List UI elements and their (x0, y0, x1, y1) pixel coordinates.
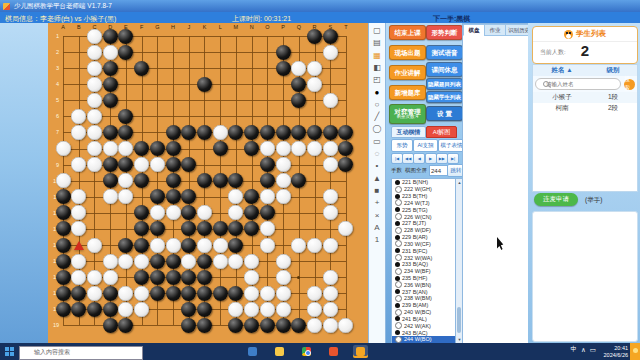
white-stone (323, 318, 338, 333)
student-table: 姓名 ▲ 级别 搜索 小猴子1段柯南2段 (532, 64, 638, 192)
white-stone (291, 141, 306, 156)
action-button-结束上课[interactable]: 结束上课 (389, 25, 426, 40)
move-list-item[interactable]: 231 B(FC) (392, 247, 456, 254)
move-text: 236 W(BN) (404, 282, 431, 288)
black-move-icon (395, 262, 400, 267)
white-stone (260, 221, 275, 236)
content-panel: 棋盘作业识别历史 (462, 23, 529, 345)
white-stone (213, 238, 228, 253)
move-list-item[interactable]: 244 W(BO) (392, 336, 456, 343)
move-list-item[interactable]: 243 B(AC) (392, 329, 456, 336)
move-count-label: 手数 (391, 167, 402, 174)
action-button-隐藏学生列表[interactable]: 隐藏学生列表 (426, 91, 463, 103)
white-stone (323, 141, 338, 156)
white-stone (71, 205, 86, 220)
white-stone (87, 109, 102, 124)
black-stone (181, 286, 196, 301)
column-label: J (184, 24, 194, 30)
move-number-input[interactable] (429, 165, 449, 176)
black-stone (228, 125, 243, 140)
white-stone (197, 205, 212, 220)
row-label: 9 (49, 162, 59, 168)
black-stone (118, 125, 133, 140)
white-stone (71, 125, 86, 140)
white-stone (150, 157, 165, 172)
search-icon (543, 81, 549, 87)
student-name: 柯南 (533, 104, 591, 113)
black-stone (56, 189, 71, 204)
search-button[interactable]: 搜索 (624, 79, 635, 90)
move-list-item[interactable]: 223 B(TH) (392, 193, 456, 200)
white-stone (213, 254, 228, 269)
white-stone (71, 221, 86, 236)
white-stone (276, 173, 291, 188)
action-button-课间休息[interactable]: 课间休息 (426, 62, 463, 77)
line-tool-icon[interactable]: ╱ (369, 111, 385, 122)
black-stone (134, 173, 149, 188)
black-stone (166, 270, 181, 285)
tool-button-棋子表情[interactable]: 棋子表情 (438, 139, 465, 152)
black-stone (338, 157, 353, 172)
black-stone (197, 270, 212, 285)
black-stone (228, 238, 243, 253)
white-stone (87, 141, 102, 156)
black-stone (103, 302, 118, 317)
black-stone (134, 205, 149, 220)
black-stone (260, 157, 275, 172)
white-stone (323, 93, 338, 108)
white-stone (276, 157, 291, 172)
black-stone (228, 221, 243, 236)
move-list-item[interactable]: 228 W(DF) (392, 227, 456, 234)
white-stone (87, 77, 102, 92)
black-stone (181, 270, 196, 285)
white-move-icon (395, 227, 402, 234)
black-stone (276, 318, 291, 333)
white-stone (307, 141, 322, 156)
nav-button-3[interactable]: ▶ (425, 153, 437, 164)
move-list-item[interactable]: 239 B(AM) (392, 302, 456, 309)
black-stone (118, 157, 133, 172)
black-stone (197, 302, 212, 317)
black-stone (228, 286, 243, 301)
taskbar: 输入内容搜索 中∧▭ 20:41 2024/6/26 (0, 343, 640, 360)
move-text: 227 B(JT) (402, 220, 426, 226)
white-stone (291, 238, 306, 253)
black-stone (181, 205, 196, 220)
grid-line (346, 36, 347, 325)
black-stone (71, 286, 86, 301)
tab-互动棋情[interactable]: 互动棋情 (391, 126, 426, 138)
black-stone (56, 238, 71, 253)
move-list-item[interactable]: 237 B(AN) (392, 288, 456, 295)
save-icon[interactable]: ▦ (369, 50, 385, 61)
black-stone (103, 157, 118, 172)
black-stone (244, 318, 259, 333)
action-button-测试语音[interactable]: 测试语音 (426, 45, 463, 60)
column-label: T (341, 24, 351, 30)
white-stone (260, 286, 275, 301)
black-stone (56, 270, 71, 285)
white-stone (276, 189, 291, 204)
black-stone (197, 173, 212, 188)
black-stone (103, 93, 118, 108)
name-column-header[interactable]: 姓名 ▲ (533, 66, 591, 75)
class-time-label: 上课时间: 00:31:21 (232, 14, 291, 24)
next-move-label: 下一手:黑棋 (433, 14, 470, 24)
black-stone (213, 286, 228, 301)
white-stone (166, 205, 181, 220)
white-stone (260, 238, 275, 253)
black-stone (150, 141, 165, 156)
tab-AI解图[interactable]: AI解图 (426, 126, 457, 138)
white-move-icon (395, 336, 402, 343)
open-file-icon[interactable]: ▤ (369, 37, 385, 48)
plus-tool-icon[interactable]: + (369, 197, 385, 208)
move-text: 228 W(DF) (404, 227, 431, 233)
black-stone (276, 125, 291, 140)
black-move-icon (395, 221, 400, 226)
row-label: 4 (49, 81, 59, 87)
black-stone (181, 157, 196, 172)
white-stone (118, 141, 133, 156)
white-stone (228, 205, 243, 220)
move-text: 234 W(BF) (404, 268, 431, 274)
white-stone (323, 157, 338, 172)
black-move-icon (395, 303, 400, 308)
white-stone (323, 189, 338, 204)
circle-tool-icon[interactable]: ◯ (369, 123, 385, 134)
white-stone (338, 318, 353, 333)
nav-button-1[interactable]: ◀◀ (402, 153, 414, 164)
action-button-现场出题[interactable]: 现场出题 (389, 45, 426, 60)
nav-button-0[interactable]: |◀ (391, 153, 403, 164)
move-text: 238 W(BM) (404, 295, 432, 301)
tool-button-形势[interactable]: 形势 (391, 139, 413, 152)
black-stone (338, 141, 353, 156)
white-move-icon (395, 254, 402, 261)
black-stone (197, 254, 212, 269)
move-list-item[interactable]: 235 B(HF) (392, 275, 456, 282)
black-stone (103, 77, 118, 92)
move-list-item[interactable]: 221 B(NH) (392, 179, 456, 186)
black-move-icon (395, 276, 400, 281)
black-stone (166, 254, 181, 269)
white-stone (323, 302, 338, 317)
match-manage-button[interactable]: 对弈管理剩余次数:4 (389, 104, 426, 124)
move-list-item[interactable]: 232 W(WA) (392, 254, 456, 261)
move-list-item[interactable]: 242 W(AK) (392, 322, 456, 329)
action-button-形势判断[interactable]: 形势判断 (426, 25, 463, 40)
black-stone (181, 302, 196, 317)
student-row[interactable]: 小猴子1段 (533, 92, 637, 103)
black-stone (56, 205, 71, 220)
chrome-icon[interactable] (299, 345, 314, 358)
white-stone (103, 254, 118, 269)
column-label: G (152, 24, 162, 30)
black-stone (150, 254, 165, 269)
black-stone (181, 189, 196, 204)
black-stone (103, 286, 118, 301)
tray-icon[interactable]: ∧ (581, 346, 586, 354)
triangle-tool-icon[interactable]: ▲ (369, 173, 385, 184)
move-text: 241 B(AL) (402, 316, 427, 322)
student-rank: 1段 (591, 93, 635, 102)
action-button-设 置[interactable]: 设 置 (426, 106, 463, 121)
mic-request-button[interactable]: 连麦申请 (534, 193, 578, 206)
column-label: N (247, 24, 257, 30)
last-move-marker (74, 241, 84, 250)
taskbar-search[interactable]: 输入内容搜索 (19, 346, 143, 360)
white-move-icon (395, 213, 402, 220)
start-button[interactable] (5, 347, 14, 356)
black-stone (181, 221, 196, 236)
white-stone (228, 254, 243, 269)
black-stone (260, 318, 275, 333)
black-stone (213, 221, 228, 236)
black-stone (260, 173, 275, 188)
white-stone (228, 302, 243, 317)
student-rows: 小猴子1段柯南2段 (533, 92, 637, 114)
black-stone (291, 318, 306, 333)
black-stone (134, 238, 149, 253)
white-stone (71, 270, 86, 285)
move-list[interactable]: 221 B(NH)222 W(GH)223 B(TH)224 W(TJ)225 … (391, 178, 457, 344)
number-tool-icon[interactable]: 1 (369, 234, 385, 245)
black-stone (150, 270, 165, 285)
white-stone (181, 254, 196, 269)
weather-icon[interactable] (630, 343, 640, 360)
move-list-item[interactable]: 236 W(BN) (392, 281, 456, 288)
white-stone (323, 45, 338, 60)
black-stone (166, 173, 181, 188)
black-stone (103, 125, 118, 140)
black-stone (197, 125, 212, 140)
white-stone (87, 157, 102, 172)
white-stone (87, 286, 102, 301)
white-stone (260, 141, 275, 156)
white-stone (103, 189, 118, 204)
black-move-icon (395, 289, 400, 294)
move-list-item[interactable]: 240 W(BC) (392, 309, 456, 316)
white-stone (118, 173, 133, 188)
half-board-icon[interactable]: ◰ (369, 74, 385, 85)
black-stone (150, 221, 165, 236)
black-stone (276, 45, 291, 60)
black-stone (150, 189, 165, 204)
black-stone-icon[interactable]: ● (369, 87, 385, 98)
drawing-toolbar: ▢▤▦◧◰●○╱◯▭◌•▲■+×A1 (368, 23, 386, 343)
white-stone (166, 238, 181, 253)
action-button-隐藏题目列表[interactable]: 隐藏题目列表 (426, 78, 463, 90)
fullscreen-label[interactable]: 棋图全屏 (405, 167, 427, 174)
move-text: 225 B(TG) (402, 207, 428, 213)
black-stone (166, 157, 181, 172)
dot-tool-icon[interactable]: • (369, 160, 385, 171)
move-list-item[interactable]: 224 W(TJ) (392, 199, 456, 206)
tray-icon[interactable]: ▭ (590, 346, 596, 354)
move-text: 231 B(FC) (402, 248, 427, 254)
window-title: 少儿围棋教学平台老师端 V1.7.8-7 (14, 2, 112, 11)
white-stone (71, 157, 86, 172)
tab-棋盘[interactable]: 棋盘 (463, 24, 485, 36)
raise-hand-label: (举手) (585, 196, 602, 205)
white-move-icon (395, 186, 402, 193)
letter-tool-icon[interactable]: A (369, 222, 385, 233)
black-move-icon (395, 248, 400, 253)
row-label: 5 (49, 97, 59, 103)
row-label: 3 (49, 65, 59, 71)
tab-作业[interactable]: 作业 (484, 24, 506, 36)
move-list-item[interactable]: 226 W(CN) (392, 213, 456, 220)
black-stone (166, 189, 181, 204)
black-stone (323, 125, 338, 140)
move-list-item[interactable]: 238 W(BM) (392, 295, 456, 302)
column-label: L (215, 24, 225, 30)
system-tray[interactable]: 中∧▭ (571, 345, 596, 354)
tray-icon[interactable]: 中 (571, 345, 578, 354)
move-list-item[interactable]: 241 B(AL) (392, 316, 456, 323)
black-stone (87, 302, 102, 317)
black-stone (118, 109, 133, 124)
full-board-icon[interactable]: ◧ (369, 62, 385, 73)
black-stone (134, 221, 149, 236)
folder-icon[interactable] (272, 345, 287, 358)
white-stone (307, 286, 322, 301)
white-stone (228, 189, 243, 204)
rect-tool-icon[interactable]: ▭ (369, 136, 385, 147)
taskbar-clock[interactable]: 20:41 2024/6/26 (604, 345, 628, 358)
student-row[interactable]: 柯南2段 (533, 103, 637, 114)
column-label: M (231, 24, 241, 30)
column-label: B (74, 24, 84, 30)
nav-button-4[interactable]: ▶▶ (436, 153, 448, 164)
browser-icon[interactable] (326, 345, 341, 358)
white-stone-icon[interactable]: ○ (369, 99, 385, 110)
move-text: 243 B(AC) (402, 330, 428, 336)
black-stone (118, 318, 133, 333)
black-stone (166, 286, 181, 301)
action-button-新增题库[interactable]: 新增题库 (389, 85, 426, 100)
tray-date: 2024/6/26 (604, 352, 628, 359)
black-stone (291, 173, 306, 188)
white-stone (87, 29, 102, 44)
move-text: 237 B(AN) (402, 289, 428, 295)
white-stone (134, 286, 149, 301)
move-list-item[interactable]: 234 W(BF) (392, 268, 456, 275)
window-icon (3, 3, 10, 10)
move-text: 239 B(AM) (402, 302, 428, 308)
move-text: 242 W(AK) (404, 323, 431, 329)
column-label: H (168, 24, 178, 30)
student-count: 2 (533, 42, 637, 59)
taskbar-search-placeholder: 输入内容搜索 (34, 348, 70, 357)
weiqi-app-icon[interactable] (353, 345, 368, 358)
square-tool-icon[interactable]: ■ (369, 185, 385, 196)
black-stone (276, 61, 291, 76)
white-stone (244, 270, 259, 285)
row-label: 6 (49, 113, 59, 119)
black-stone (56, 221, 71, 236)
student-table-header: 姓名 ▲ 级别 (533, 65, 637, 76)
move-list-item[interactable]: 227 B(JT) (392, 220, 456, 227)
white-stone (87, 93, 102, 108)
row-label: 7 (49, 129, 59, 135)
black-stone (134, 141, 149, 156)
black-stone (213, 141, 228, 156)
black-stone (197, 77, 212, 92)
move-list-item[interactable]: 229 B(AR) (392, 234, 456, 241)
white-move-icon (395, 295, 402, 302)
white-stone (323, 270, 338, 285)
move-list-item[interactable]: 230 W(CF) (392, 240, 456, 247)
move-text: 233 B(AQ) (402, 261, 428, 267)
white-stone (276, 302, 291, 317)
move-list-item[interactable]: 233 B(AQ) (392, 261, 456, 268)
nav-button-2[interactable]: ◀ (413, 153, 425, 164)
move-text: 223 B(TH) (402, 193, 427, 199)
white-stone (197, 238, 212, 253)
black-stone (291, 77, 306, 92)
student-panel: 学生列表 当前人数: 2 姓名 ▲ 级别 搜索 小猴子1段柯南2段 连麦申请 (… (528, 23, 640, 343)
black-stone (197, 286, 212, 301)
black-stone (213, 173, 228, 188)
rank-column-header[interactable]: 级别 (591, 66, 635, 75)
black-stone (134, 61, 149, 76)
lasso-tool-icon[interactable]: ◌ (369, 148, 385, 159)
move-text: 224 W(TJ) (404, 200, 430, 206)
student-list-card: 学生列表 当前人数: 2 (532, 26, 638, 64)
tool-button-AI支招[interactable]: AI支招 (413, 139, 438, 152)
column-label: P (278, 24, 288, 30)
column-label: Q (294, 24, 304, 30)
black-stone (150, 286, 165, 301)
tiger-icon (564, 30, 573, 39)
student-name: 小猴子 (533, 93, 591, 102)
x-tool-icon[interactable]: × (369, 210, 385, 221)
black-stone (260, 125, 275, 140)
white-stone (150, 205, 165, 220)
notice-box (532, 211, 638, 342)
white-stone (103, 141, 118, 156)
white-stone (323, 238, 338, 253)
action-button-作业讲解[interactable]: 作业讲解 (389, 65, 426, 80)
star-point (297, 276, 300, 279)
white-stone (56, 141, 71, 156)
white-stone (56, 173, 71, 188)
white-stone (338, 221, 353, 236)
white-stone (307, 302, 322, 317)
black-stone (166, 141, 181, 156)
student-list-title: 学生列表 (576, 29, 606, 39)
column-label: K (199, 24, 209, 30)
go-board[interactable]: A1B2C3D4E5F6G7H8J9K10L11M12N13O14P15Q16R… (48, 23, 368, 343)
black-stone (197, 221, 212, 236)
black-stone (56, 302, 71, 317)
column-label: O (262, 24, 272, 30)
scrollbar-thumb[interactable] (457, 307, 461, 333)
move-list-item[interactable]: 222 W(GH) (392, 186, 456, 193)
white-stone (260, 189, 275, 204)
black-stone (244, 205, 259, 220)
nav-button-5[interactable]: ▶| (447, 153, 459, 164)
row-label: 1 (49, 33, 59, 39)
move-list-item[interactable]: 225 B(TG) (392, 206, 456, 213)
white-stone (134, 157, 149, 172)
new-board-icon[interactable]: ▢ (369, 25, 385, 36)
black-stone (56, 286, 71, 301)
app-window-icon[interactable] (245, 345, 260, 358)
